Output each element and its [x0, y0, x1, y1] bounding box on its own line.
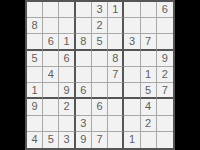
cell-r5c8: 1: [141, 67, 157, 83]
cell-r1c2[interactable]: [43, 2, 59, 18]
cell-r9c2: 5: [43, 132, 59, 148]
cell-r9c1: 4: [27, 132, 43, 148]
cell-r6c4: 6: [76, 83, 92, 99]
cell-r2c1: 8: [27, 18, 43, 34]
cell-r5c9: 2: [157, 67, 173, 83]
cell-r1c5: 3: [92, 2, 108, 18]
cell-r3c4: 8: [76, 34, 92, 50]
cell-r8c2[interactable]: [43, 116, 59, 132]
cell-r7c7[interactable]: [124, 99, 140, 115]
cell-r9c4: 9: [76, 132, 92, 148]
cell-r4c6: 8: [108, 51, 124, 67]
cell-r6c7[interactable]: [124, 83, 140, 99]
cell-r7c8: 4: [141, 99, 157, 115]
cell-r1c6: 1: [108, 2, 124, 18]
cell-r5c4[interactable]: [76, 67, 92, 83]
cell-r4c8[interactable]: [141, 51, 157, 67]
cell-r8c6[interactable]: [108, 116, 124, 132]
cell-r4c4[interactable]: [76, 51, 92, 67]
cell-r3c7: 3: [124, 34, 140, 50]
cell-r7c5: 6: [92, 99, 108, 115]
cell-r8c1[interactable]: [27, 116, 43, 132]
cell-r2c8[interactable]: [141, 18, 157, 34]
cell-r3c9[interactable]: [157, 34, 173, 50]
cell-r9c6[interactable]: [108, 132, 124, 148]
cell-r4c1: 5: [27, 51, 43, 67]
cell-r2c4[interactable]: [76, 18, 92, 34]
cell-r3c5: 5: [92, 34, 108, 50]
cell-r5c5[interactable]: [92, 67, 108, 83]
sudoku-board: 316826185375689471219657926432453971: [25, 0, 175, 150]
cell-r7c3: 2: [59, 99, 75, 115]
cell-r6c5[interactable]: [92, 83, 108, 99]
cell-r1c3[interactable]: [59, 2, 75, 18]
cell-r2c9[interactable]: [157, 18, 173, 34]
cell-r5c6: 7: [108, 67, 124, 83]
cell-r5c1[interactable]: [27, 67, 43, 83]
cell-r3c1[interactable]: [27, 34, 43, 50]
cell-r2c2[interactable]: [43, 18, 59, 34]
cell-r4c3: 6: [59, 51, 75, 67]
cell-r9c9[interactable]: [157, 132, 173, 148]
cell-r3c2: 6: [43, 34, 59, 50]
cell-r3c6[interactable]: [108, 34, 124, 50]
cell-r5c2: 4: [43, 67, 59, 83]
letterboxed-image: 316826185375689471219657926432453971: [0, 0, 200, 150]
cell-r7c2[interactable]: [43, 99, 59, 115]
cell-r8c4: 3: [76, 116, 92, 132]
cell-r8c9[interactable]: [157, 116, 173, 132]
cell-r2c6[interactable]: [108, 18, 124, 34]
cell-r6c3: 9: [59, 83, 75, 99]
cell-r1c8[interactable]: [141, 2, 157, 18]
cell-r4c7[interactable]: [124, 51, 140, 67]
cell-r6c6[interactable]: [108, 83, 124, 99]
cell-r1c7[interactable]: [124, 2, 140, 18]
cell-r2c5: 2: [92, 18, 108, 34]
cell-r6c1: 1: [27, 83, 43, 99]
cell-r2c3[interactable]: [59, 18, 75, 34]
cell-r1c9: 6: [157, 2, 173, 18]
cell-r8c7[interactable]: [124, 116, 140, 132]
cell-r6c9: 7: [157, 83, 173, 99]
cell-r9c7: 1: [124, 132, 140, 148]
cell-r9c8[interactable]: [141, 132, 157, 148]
cell-r7c9[interactable]: [157, 99, 173, 115]
cell-r6c8: 5: [141, 83, 157, 99]
cell-r3c8: 7: [141, 34, 157, 50]
cell-r1c4[interactable]: [76, 2, 92, 18]
cell-r7c1: 9: [27, 99, 43, 115]
cell-r9c5: 7: [92, 132, 108, 148]
cell-r9c3: 3: [59, 132, 75, 148]
cell-r4c5[interactable]: [92, 51, 108, 67]
cell-r4c9: 9: [157, 51, 173, 67]
cell-r8c3[interactable]: [59, 116, 75, 132]
cell-r5c7[interactable]: [124, 67, 140, 83]
cell-r1c1[interactable]: [27, 2, 43, 18]
cell-r4c2[interactable]: [43, 51, 59, 67]
cell-r8c5[interactable]: [92, 116, 108, 132]
cell-r5c3[interactable]: [59, 67, 75, 83]
cell-r6c2[interactable]: [43, 83, 59, 99]
cell-r3c3: 1: [59, 34, 75, 50]
cell-r8c8: 2: [141, 116, 157, 132]
cell-r7c4[interactable]: [76, 99, 92, 115]
cell-r7c6[interactable]: [108, 99, 124, 115]
cell-r2c7[interactable]: [124, 18, 140, 34]
